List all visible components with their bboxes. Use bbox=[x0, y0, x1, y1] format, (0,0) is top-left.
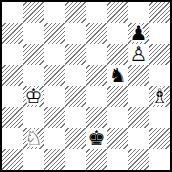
square-g3[interactable] bbox=[128, 107, 149, 128]
square-e3[interactable] bbox=[86, 107, 107, 128]
square-g1[interactable] bbox=[128, 149, 149, 170]
knight-icon: ♞ bbox=[107, 65, 128, 86]
square-a4[interactable] bbox=[2, 86, 23, 107]
square-d6[interactable] bbox=[65, 44, 86, 65]
white-bishop-h4: ♝♗ bbox=[149, 86, 170, 107]
square-g2[interactable] bbox=[128, 128, 149, 149]
square-g5[interactable] bbox=[128, 65, 149, 86]
pawn-icon: ♟ bbox=[128, 23, 149, 44]
square-h3[interactable] bbox=[149, 107, 170, 128]
bishop-icon: ♗ bbox=[149, 86, 170, 107]
square-d4[interactable] bbox=[65, 86, 86, 107]
square-b6[interactable] bbox=[23, 44, 44, 65]
black-pawn-g7: ♟ bbox=[128, 23, 149, 44]
white-king-b4: ♚♔ bbox=[23, 86, 44, 107]
square-c3[interactable] bbox=[44, 107, 65, 128]
square-d7[interactable] bbox=[65, 23, 86, 44]
square-f8[interactable] bbox=[107, 2, 128, 23]
white-pawn-g6: ♟♙ bbox=[128, 44, 149, 65]
square-b2[interactable]: ♞♘ bbox=[23, 128, 44, 149]
pawn-icon: ♙ bbox=[128, 44, 149, 65]
square-f5[interactable]: ♞ bbox=[107, 65, 128, 86]
square-b4[interactable]: ♚♔ bbox=[23, 86, 44, 107]
square-c5[interactable] bbox=[44, 65, 65, 86]
square-c8[interactable] bbox=[44, 2, 65, 23]
square-c4[interactable] bbox=[44, 86, 65, 107]
square-d5[interactable] bbox=[65, 65, 86, 86]
square-b8[interactable] bbox=[23, 2, 44, 23]
square-e4[interactable] bbox=[86, 86, 107, 107]
square-d8[interactable] bbox=[65, 2, 86, 23]
king-icon: ♔ bbox=[23, 86, 44, 107]
square-e1[interactable] bbox=[86, 149, 107, 170]
square-f4[interactable] bbox=[107, 86, 128, 107]
square-h2[interactable] bbox=[149, 128, 170, 149]
square-h1[interactable] bbox=[149, 149, 170, 170]
square-d3[interactable] bbox=[65, 107, 86, 128]
square-g7[interactable]: ♟ bbox=[128, 23, 149, 44]
square-e2[interactable]: ♚ bbox=[86, 128, 107, 149]
square-c2[interactable] bbox=[44, 128, 65, 149]
square-d2[interactable] bbox=[65, 128, 86, 149]
square-h6[interactable] bbox=[149, 44, 170, 65]
square-h4[interactable]: ♝♗ bbox=[149, 86, 170, 107]
square-f2[interactable] bbox=[107, 128, 128, 149]
square-a3[interactable] bbox=[2, 107, 23, 128]
chess-board: ♟♟♙♞♚♔♝♗♞♘♚ bbox=[0, 0, 172, 172]
square-c7[interactable] bbox=[44, 23, 65, 44]
square-a8[interactable] bbox=[2, 2, 23, 23]
square-f3[interactable] bbox=[107, 107, 128, 128]
square-g4[interactable] bbox=[128, 86, 149, 107]
square-h8[interactable] bbox=[149, 2, 170, 23]
black-knight-f5: ♞ bbox=[107, 65, 128, 86]
square-b1[interactable] bbox=[23, 149, 44, 170]
white-knight-b2: ♞♘ bbox=[23, 128, 44, 149]
chess-diagram: ♟♟♙♞♚♔♝♗♞♘♚ bbox=[0, 0, 172, 172]
square-c6[interactable] bbox=[44, 44, 65, 65]
square-h5[interactable] bbox=[149, 65, 170, 86]
square-e7[interactable] bbox=[86, 23, 107, 44]
square-e8[interactable] bbox=[86, 2, 107, 23]
knight-icon: ♘ bbox=[23, 128, 44, 149]
square-e5[interactable] bbox=[86, 65, 107, 86]
square-a2[interactable] bbox=[2, 128, 23, 149]
square-f7[interactable] bbox=[107, 23, 128, 44]
square-a5[interactable] bbox=[2, 65, 23, 86]
square-d1[interactable] bbox=[65, 149, 86, 170]
square-a6[interactable] bbox=[2, 44, 23, 65]
square-f6[interactable] bbox=[107, 44, 128, 65]
square-c1[interactable] bbox=[44, 149, 65, 170]
square-g8[interactable] bbox=[128, 2, 149, 23]
king-icon: ♚ bbox=[86, 128, 107, 149]
square-h7[interactable] bbox=[149, 23, 170, 44]
square-f1[interactable] bbox=[107, 149, 128, 170]
square-e6[interactable] bbox=[86, 44, 107, 65]
square-b7[interactable] bbox=[23, 23, 44, 44]
square-b3[interactable] bbox=[23, 107, 44, 128]
square-a7[interactable] bbox=[2, 23, 23, 44]
square-g6[interactable]: ♟♙ bbox=[128, 44, 149, 65]
square-b5[interactable] bbox=[23, 65, 44, 86]
black-king-e2: ♚ bbox=[86, 128, 107, 149]
square-a1[interactable] bbox=[2, 149, 23, 170]
